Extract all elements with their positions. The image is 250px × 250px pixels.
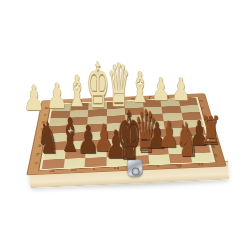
rank-label: 6 — [42, 121, 47, 124]
rank-label: 3 — [208, 137, 214, 141]
rank-label: 4 — [39, 136, 44, 140]
file-label: c — [93, 167, 98, 172]
board-squares — [42, 98, 213, 169]
rank-label: 1 — [33, 162, 39, 166]
rank-label: 8 — [44, 106, 49, 109]
rank-label: 7 — [43, 113, 48, 116]
rank-label: 2 — [211, 145, 217, 149]
file-label: h — [197, 162, 204, 167]
rank-label: 5 — [40, 128, 45, 131]
square-c1 — [85, 157, 106, 167]
file-label: f — [148, 96, 151, 99]
rank-label: 6 — [202, 114, 207, 117]
square-g1 — [169, 153, 192, 163]
board-tilt-wrapper: abcdefgh abcdefgh 87654321 87654321 — [0, 0, 250, 250]
rank-label: 3 — [37, 144, 42, 148]
square-a1 — [42, 159, 65, 169]
rank-label: 5 — [204, 121, 209, 124]
rank-label: 1 — [213, 154, 219, 158]
file-label: f — [157, 164, 161, 169]
rank-label: 4 — [206, 129, 211, 132]
square-h1 — [190, 152, 213, 162]
rank-label: 8 — [198, 100, 203, 103]
file-label: d — [114, 166, 120, 171]
square-d1 — [106, 156, 127, 166]
rank-label: 2 — [35, 153, 40, 157]
rank-label: 7 — [200, 107, 205, 110]
file-label: g — [176, 163, 182, 168]
file-label: a — [49, 168, 55, 173]
square-f1 — [148, 154, 170, 164]
chess-set-photo: abcdefgh abcdefgh 87654321 87654321 ♟♟♝♚… — [0, 0, 250, 250]
clasp-latch — [127, 159, 143, 177]
file-label: b — [71, 167, 77, 172]
square-b1 — [63, 158, 85, 168]
